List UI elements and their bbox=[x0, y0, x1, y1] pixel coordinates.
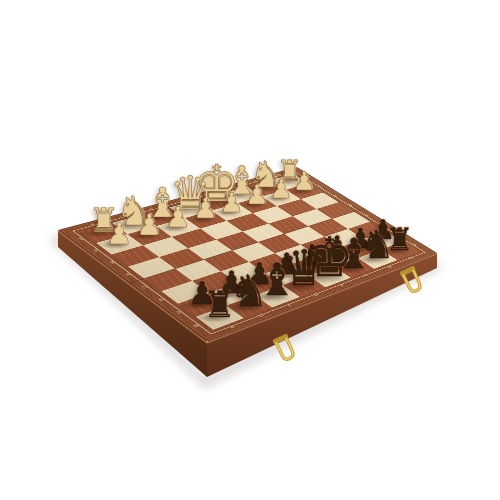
piece-white-pawn[interactable]: ♟ bbox=[293, 169, 316, 195]
pawn-glyph: ♟ bbox=[269, 173, 292, 203]
piece-white-pawn[interactable]: ♟ bbox=[220, 189, 244, 216]
pawn-glyph: ♟ bbox=[193, 193, 218, 226]
pawn-glyph: ♟ bbox=[220, 187, 244, 218]
piece-white-pawn[interactable]: ♟ bbox=[136, 211, 162, 240]
piece-white-pawn[interactable]: ♟ bbox=[245, 182, 269, 209]
pawn-glyph: ♟ bbox=[165, 200, 191, 234]
piece-white-pawn[interactable]: ♟ bbox=[165, 203, 191, 232]
pawn-glyph: ♟ bbox=[106, 216, 133, 251]
piece-white-pawn[interactable]: ♟ bbox=[193, 196, 218, 224]
brass-clasp-icon bbox=[272, 333, 297, 362]
brass-clasp-icon bbox=[399, 265, 424, 294]
piece-white-pawn[interactable]: ♟ bbox=[269, 175, 292, 201]
clasps-layer bbox=[0, 0, 500, 500]
piece-black-rook[interactable]: ♜ bbox=[203, 287, 235, 323]
piece-white-pawn[interactable]: ♟ bbox=[106, 219, 133, 249]
pawn-glyph: ♟ bbox=[293, 166, 316, 196]
product-photo-stage: aa11bb22cc33dd44ee55ff66gg77hh88 ♜♞♝♛♚♝♞… bbox=[0, 0, 500, 500]
rook-glyph: ♜ bbox=[203, 284, 235, 325]
pawn-glyph: ♟ bbox=[245, 179, 269, 210]
pawn-glyph: ♟ bbox=[136, 208, 162, 242]
